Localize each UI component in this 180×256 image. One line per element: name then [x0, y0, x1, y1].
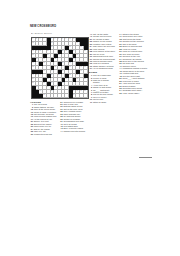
cell-number: 74: [73, 94, 74, 95]
cell-number: 14: [77, 42, 78, 43]
cell-number: 55: [47, 78, 48, 79]
cell-number: 72: [84, 90, 85, 91]
cell-number: 36: [62, 62, 63, 63]
cell-number: 24: [73, 50, 74, 51]
cell-number: 49: [40, 74, 41, 75]
cell-number: 51: [58, 74, 59, 75]
cell-number: 21: [47, 50, 48, 51]
cell-number: 48: [36, 74, 37, 75]
cell-number: 41: [80, 66, 81, 67]
cell-number: 11: [73, 38, 74, 39]
cell-number: 59: [32, 82, 33, 83]
cell-number: 60: [43, 82, 44, 83]
cell-number: 44: [51, 70, 52, 71]
cell-number: 54: [32, 78, 33, 79]
cell-number: 31: [43, 58, 44, 59]
clue-text: Hosp. areas (abbr.): [122, 92, 148, 94]
clue-item: 44Mischievous little demon: [60, 130, 87, 132]
puzzle-byline: By Eugene Sheffer: [31, 32, 88, 34]
cell-number: 5: [51, 38, 52, 39]
cell-number: 45: [62, 70, 63, 71]
cell-number: 34: [32, 62, 33, 63]
clue-column-4: 14Stand in the studio17Send along, as a …: [119, 33, 149, 94]
down-header: DOWN: [89, 71, 116, 73]
cell-number: 18: [32, 50, 33, 51]
cell-number: 68: [51, 90, 52, 91]
cell-number: 28: [58, 54, 59, 55]
cell-number: 10: [69, 38, 70, 39]
clue-text: Mischievous little demon: [63, 130, 86, 132]
cell-number: 4: [43, 38, 44, 39]
answer-line: [139, 157, 152, 158]
cell-number: 19: [36, 50, 37, 51]
cell-number: 17: [80, 46, 81, 47]
cell-number: 20: [40, 50, 41, 51]
cell-number: 32: [54, 58, 55, 59]
cell-number: 2: [36, 38, 37, 39]
cell-number: 35: [43, 62, 44, 63]
cell-number: 64: [47, 86, 48, 87]
cell-number: 3: [40, 38, 41, 39]
clue-column-2: 27Jumped over a puddle29Spin a long yarn…: [60, 101, 87, 133]
cell-number: 53: [77, 74, 78, 75]
clue-column-3: 47Out, as the lights49Clumsy sort of fel…: [89, 33, 116, 103]
across-header: ACROSS: [30, 101, 57, 103]
cell-number: 22: [62, 50, 63, 51]
cell-number: 23: [65, 50, 66, 51]
grid-cell[interactable]: [84, 94, 88, 98]
clue-text: Stitch up again: [93, 101, 116, 103]
cell-number: 26: [32, 54, 33, 55]
cell-number: 62: [62, 82, 63, 83]
cell-number: 63: [36, 86, 37, 87]
crossword-grid: 1234567891011121314151617181920212223242…: [31, 37, 89, 99]
cell-number: 52: [69, 74, 70, 75]
cell-number: 67: [40, 90, 41, 91]
cell-number: 71: [80, 90, 81, 91]
cell-number: 69: [73, 90, 74, 91]
clue-text: Hill of windblown sand: [93, 67, 116, 69]
cell-number: 46: [80, 70, 81, 71]
cell-number: 33: [73, 58, 74, 59]
cell-number: 29: [77, 54, 78, 55]
cell-number: 8: [62, 38, 63, 39]
cell-number: 65: [54, 86, 55, 87]
cell-number: 70: [77, 90, 78, 91]
clue-item: 26Prospector's big find: [30, 133, 57, 135]
cell-number: 27: [47, 54, 48, 55]
cell-number: 30: [36, 58, 37, 59]
clue-column-1: ACROSS 1Tiny bit of food5Sharp-tasting, …: [30, 101, 57, 136]
clue-text: Prospector's big find: [34, 133, 57, 135]
cell-number: 47: [32, 74, 33, 75]
cell-number: 12: [32, 42, 33, 43]
cell-number: 43: [43, 70, 44, 71]
cell-number: 39: [54, 66, 55, 67]
cell-number: 56: [65, 78, 66, 79]
cell-number: 16: [69, 46, 70, 47]
puzzle-title: NEW CROSSWORD: [30, 25, 56, 28]
cell-number: 66: [58, 86, 59, 87]
clue-item: 65Hosp. areas (abbr.): [119, 92, 149, 94]
cell-number: 7: [58, 38, 59, 39]
cell-number: 15: [51, 46, 52, 47]
cell-number: 38: [32, 66, 33, 67]
cell-number: 40: [69, 66, 70, 67]
cell-number: 37: [69, 62, 70, 63]
clue-item: 67Hill of windblown sand: [89, 67, 116, 69]
cell-number: 9: [65, 38, 66, 39]
cell-number: 61: [51, 82, 52, 83]
cell-number: 13: [51, 42, 52, 43]
cell-number: 50: [51, 74, 52, 75]
cell-number: 73: [43, 94, 44, 95]
cell-number: 57: [77, 78, 78, 79]
cell-number: 42: [84, 66, 85, 67]
cell-number: 58: [84, 78, 85, 79]
cell-number: 6: [54, 38, 55, 39]
clue-item: 11Stitch up again: [89, 101, 116, 103]
cell-number: 25: [84, 50, 85, 51]
cell-number: 1: [32, 38, 33, 39]
